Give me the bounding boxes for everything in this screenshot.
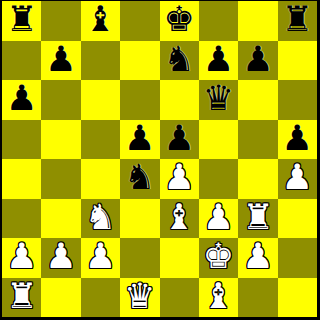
- square-d6[interactable]: [120, 80, 159, 120]
- square-b8[interactable]: [41, 1, 80, 41]
- square-e6[interactable]: [160, 80, 199, 120]
- square-d3[interactable]: [120, 199, 159, 239]
- square-f1[interactable]: ♝: [199, 278, 238, 318]
- black-knight-piece: ♞: [124, 160, 155, 195]
- black-rook-piece: ♜: [6, 2, 37, 37]
- square-e4[interactable]: ♟: [160, 159, 199, 199]
- square-d2[interactable]: [120, 238, 159, 278]
- square-a6[interactable]: ♟: [2, 80, 41, 120]
- square-g4[interactable]: [238, 159, 277, 199]
- white-bishop-piece: ♝: [203, 279, 234, 314]
- square-d5[interactable]: ♟: [120, 120, 159, 160]
- square-a8[interactable]: ♜: [2, 1, 41, 41]
- black-queen-piece: ♛: [203, 81, 234, 116]
- square-b4[interactable]: [41, 159, 80, 199]
- white-pawn-piece: ♟: [242, 239, 273, 274]
- square-g8[interactable]: [238, 1, 277, 41]
- square-e8[interactable]: ♚: [160, 1, 199, 41]
- square-e2[interactable]: [160, 238, 199, 278]
- square-f7[interactable]: ♟: [199, 41, 238, 81]
- white-pawn-piece: ♟: [85, 239, 116, 274]
- square-h1[interactable]: [278, 278, 317, 318]
- square-c7[interactable]: [81, 41, 120, 81]
- square-a5[interactable]: [2, 120, 41, 160]
- white-rook-piece: ♜: [6, 279, 37, 314]
- square-b5[interactable]: [41, 120, 80, 160]
- square-a3[interactable]: [2, 199, 41, 239]
- square-d1[interactable]: ♛: [120, 278, 159, 318]
- square-d4[interactable]: ♞: [120, 159, 159, 199]
- square-c6[interactable]: [81, 80, 120, 120]
- square-h3[interactable]: [278, 199, 317, 239]
- square-c8[interactable]: ♝: [81, 1, 120, 41]
- black-rook-piece: ♜: [282, 2, 313, 37]
- white-knight-piece: ♞: [85, 200, 116, 235]
- square-h8[interactable]: ♜: [278, 1, 317, 41]
- square-g5[interactable]: [238, 120, 277, 160]
- white-pawn-piece: ♟: [203, 200, 234, 235]
- square-f4[interactable]: [199, 159, 238, 199]
- square-b6[interactable]: [41, 80, 80, 120]
- square-h4[interactable]: ♟: [278, 159, 317, 199]
- square-d7[interactable]: [120, 41, 159, 81]
- square-a1[interactable]: ♜: [2, 278, 41, 318]
- black-pawn-piece: ♟: [6, 81, 37, 116]
- square-a4[interactable]: [2, 159, 41, 199]
- square-f5[interactable]: [199, 120, 238, 160]
- black-pawn-piece: ♟: [242, 42, 273, 77]
- square-c1[interactable]: [81, 278, 120, 318]
- white-king-piece: ♚: [203, 239, 234, 274]
- square-e1[interactable]: [160, 278, 199, 318]
- square-f6[interactable]: ♛: [199, 80, 238, 120]
- black-pawn-piece: ♟: [124, 121, 155, 156]
- square-c4[interactable]: [81, 159, 120, 199]
- square-a7[interactable]: [2, 41, 41, 81]
- square-h6[interactable]: [278, 80, 317, 120]
- square-g6[interactable]: [238, 80, 277, 120]
- square-e3[interactable]: ♝: [160, 199, 199, 239]
- square-d8[interactable]: [120, 1, 159, 41]
- square-e7[interactable]: ♞: [160, 41, 199, 81]
- white-pawn-piece: ♟: [163, 160, 194, 195]
- square-f3[interactable]: ♟: [199, 199, 238, 239]
- black-pawn-piece: ♟: [163, 121, 194, 156]
- square-f8[interactable]: [199, 1, 238, 41]
- square-h2[interactable]: [278, 238, 317, 278]
- white-pawn-piece: ♟: [282, 160, 313, 195]
- square-g7[interactable]: ♟: [238, 41, 277, 81]
- square-h5[interactable]: ♟: [278, 120, 317, 160]
- square-b1[interactable]: [41, 278, 80, 318]
- white-rook-piece: ♜: [242, 200, 273, 235]
- square-g3[interactable]: ♜: [238, 199, 277, 239]
- square-b2[interactable]: ♟: [41, 238, 80, 278]
- white-queen-piece: ♛: [124, 279, 155, 314]
- square-a2[interactable]: ♟: [2, 238, 41, 278]
- white-bishop-piece: ♝: [163, 200, 194, 235]
- chess-board-frame: ♜♝♚♜♟♞♟♟♟♛♟♟♟♞♟♟♞♝♟♜♟♟♟♚♟♜♛♝: [0, 0, 320, 320]
- chess-board: ♜♝♚♜♟♞♟♟♟♛♟♟♟♞♟♟♞♝♟♜♟♟♟♚♟♜♛♝: [2, 1, 317, 317]
- black-bishop-piece: ♝: [85, 2, 116, 37]
- square-c5[interactable]: [81, 120, 120, 160]
- square-g1[interactable]: [238, 278, 277, 318]
- square-c3[interactable]: ♞: [81, 199, 120, 239]
- black-knight-piece: ♞: [163, 42, 194, 77]
- black-pawn-piece: ♟: [282, 121, 313, 156]
- square-b3[interactable]: [41, 199, 80, 239]
- white-pawn-piece: ♟: [6, 239, 37, 274]
- black-pawn-piece: ♟: [203, 42, 234, 77]
- black-pawn-piece: ♟: [45, 42, 76, 77]
- square-h7[interactable]: [278, 41, 317, 81]
- square-g2[interactable]: ♟: [238, 238, 277, 278]
- square-f2[interactable]: ♚: [199, 238, 238, 278]
- square-c2[interactable]: ♟: [81, 238, 120, 278]
- square-b7[interactable]: ♟: [41, 41, 80, 81]
- white-pawn-piece: ♟: [45, 239, 76, 274]
- square-e5[interactable]: ♟: [160, 120, 199, 160]
- black-king-piece: ♚: [163, 2, 194, 37]
